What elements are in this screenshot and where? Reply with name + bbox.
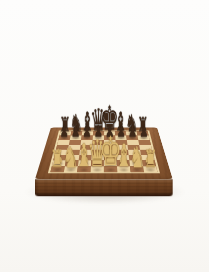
photo-scene: ♜♞♝♛♚♝♞♜♟♟♟♟♟♟♟♟♟♟♟♟♟♟♟♟♜♞♝♛♚♝♞♜ bbox=[0, 0, 209, 272]
square-h7: ♟ bbox=[137, 136, 149, 140]
piece-white-rook: ♜ bbox=[144, 147, 158, 171]
square-h1: ♜ bbox=[143, 166, 158, 172]
product-photo: ♜♞♝♛♚♝♞♜♟♟♟♟♟♟♟♟♟♟♟♟♟♟♟♟♜♞♝♛♚♝♞♜ bbox=[0, 0, 209, 272]
piece-black-pawn: ♟ bbox=[139, 123, 148, 139]
chess-board: ♜♞♝♛♚♝♞♜♟♟♟♟♟♟♟♟♟♟♟♟♟♟♟♟♜♞♝♛♚♝♞♜ bbox=[35, 128, 173, 180]
piece-black-pawn: ♟ bbox=[60, 123, 69, 139]
box-front-face bbox=[35, 179, 173, 196]
square-g1: ♞ bbox=[130, 166, 144, 172]
board-grid: ♜♞♝♛♚♝♞♜♟♟♟♟♟♟♟♟♟♟♟♟♟♟♟♟♜♞♝♛♚♝♞♜ bbox=[48, 131, 160, 174]
